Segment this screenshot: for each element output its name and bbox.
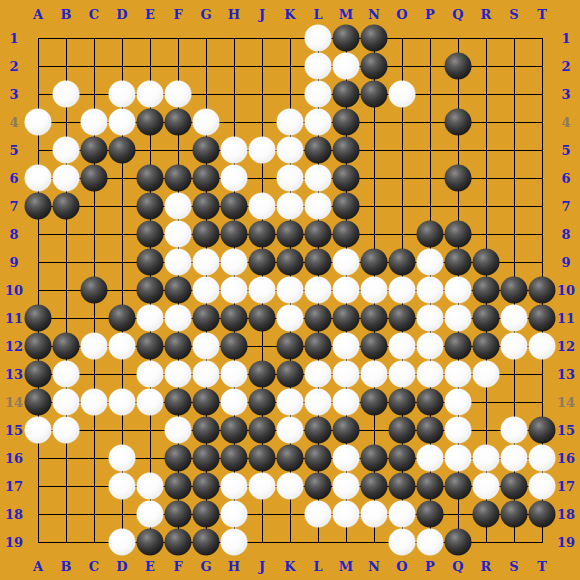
stone-white-J5[interactable] <box>249 137 276 164</box>
row-label-left-13: 13 <box>5 368 23 381</box>
stone-black-G11[interactable] <box>193 305 220 332</box>
stone-white-K11[interactable] <box>277 305 304 332</box>
stone-black-K16[interactable] <box>277 445 304 472</box>
stone-black-N1[interactable] <box>361 25 388 52</box>
stone-black-R12[interactable] <box>473 333 500 360</box>
stone-black-C6[interactable] <box>81 165 108 192</box>
stone-black-N17[interactable] <box>361 473 388 500</box>
stone-white-R16[interactable] <box>473 445 500 472</box>
stone-white-K14[interactable] <box>277 389 304 416</box>
row-label-left-10: 10 <box>5 284 23 297</box>
stone-black-K13[interactable] <box>277 361 304 388</box>
stone-white-H6[interactable] <box>221 165 248 192</box>
stone-white-O13[interactable] <box>389 361 416 388</box>
stone-white-F15[interactable] <box>165 417 192 444</box>
stone-black-F18[interactable] <box>165 501 192 528</box>
stone-white-P11[interactable] <box>417 305 444 332</box>
col-label-bottom-O: O <box>396 560 407 573</box>
stone-white-L7[interactable] <box>305 193 332 220</box>
stone-white-H10[interactable] <box>221 277 248 304</box>
col-label-top-H: H <box>228 8 240 21</box>
stone-black-N3[interactable] <box>361 81 388 108</box>
stone-white-C4[interactable] <box>81 109 108 136</box>
stone-black-A12[interactable] <box>25 333 52 360</box>
row-label-right-17: 17 <box>557 480 575 493</box>
stone-white-M10[interactable] <box>333 277 360 304</box>
stone-black-P18[interactable] <box>417 501 444 528</box>
stone-white-G4[interactable] <box>193 109 220 136</box>
col-label-bottom-G: G <box>200 560 211 573</box>
stone-black-F19[interactable] <box>165 529 192 556</box>
stone-black-J13[interactable] <box>249 361 276 388</box>
stone-black-T15[interactable] <box>529 417 556 444</box>
stone-white-F13[interactable] <box>165 361 192 388</box>
stone-white-K7[interactable] <box>277 193 304 220</box>
stone-black-H11[interactable] <box>221 305 248 332</box>
stone-black-T11[interactable] <box>529 305 556 332</box>
stone-white-A4[interactable] <box>25 109 52 136</box>
stone-black-F16[interactable] <box>165 445 192 472</box>
stone-black-P8[interactable] <box>417 221 444 248</box>
stone-black-L9[interactable] <box>305 249 332 276</box>
stone-white-B6[interactable] <box>53 165 80 192</box>
stone-black-H15[interactable] <box>221 417 248 444</box>
col-label-top-S: S <box>509 8 518 21</box>
stone-white-M17[interactable] <box>333 473 360 500</box>
stone-black-E4[interactable] <box>137 109 164 136</box>
stone-white-H19[interactable] <box>221 529 248 556</box>
stone-white-E17[interactable] <box>137 473 164 500</box>
stone-white-E3[interactable] <box>137 81 164 108</box>
stone-black-N11[interactable] <box>361 305 388 332</box>
stone-white-P16[interactable] <box>417 445 444 472</box>
col-label-top-B: B <box>61 8 72 21</box>
row-label-right-3: 3 <box>561 88 570 101</box>
stone-white-J7[interactable] <box>249 193 276 220</box>
stone-white-M2[interactable] <box>333 53 360 80</box>
stone-black-O17[interactable] <box>389 473 416 500</box>
stone-black-F14[interactable] <box>165 389 192 416</box>
stone-black-D11[interactable] <box>109 305 136 332</box>
stone-white-F3[interactable] <box>165 81 192 108</box>
col-label-top-N: N <box>368 8 380 21</box>
col-label-bottom-T: T <box>537 560 547 573</box>
stone-black-E6[interactable] <box>137 165 164 192</box>
col-label-bottom-L: L <box>313 560 322 573</box>
row-label-right-12: 12 <box>557 340 575 353</box>
row-label-left-2: 2 <box>9 60 18 73</box>
stone-white-K4[interactable] <box>277 109 304 136</box>
stone-black-D5[interactable] <box>109 137 136 164</box>
row-label-left-14: 14 <box>5 396 23 409</box>
stone-white-H18[interactable] <box>221 501 248 528</box>
row-label-left-19: 19 <box>5 536 23 549</box>
row-label-left-18: 18 <box>5 508 23 521</box>
col-label-bottom-E: E <box>145 560 155 573</box>
stone-white-G13[interactable] <box>193 361 220 388</box>
stone-black-H8[interactable] <box>221 221 248 248</box>
stone-white-R17[interactable] <box>473 473 500 500</box>
stone-black-Q12[interactable] <box>445 333 472 360</box>
stone-white-G12[interactable] <box>193 333 220 360</box>
stone-black-N9[interactable] <box>361 249 388 276</box>
stone-white-D16[interactable] <box>109 445 136 472</box>
stone-black-K12[interactable] <box>277 333 304 360</box>
stone-white-S16[interactable] <box>501 445 528 472</box>
go-board[interactable]: AABBCCDDEEFFGGHHJJKKLLMMNNOOPPQQRRSSTT11… <box>0 0 580 580</box>
stone-white-G10[interactable] <box>193 277 220 304</box>
stone-white-M14[interactable] <box>333 389 360 416</box>
stone-black-R9[interactable] <box>473 249 500 276</box>
col-label-top-J: J <box>259 8 265 21</box>
stone-black-M3[interactable] <box>333 81 360 108</box>
row-label-left-11: 11 <box>5 312 23 325</box>
stone-black-Q17[interactable] <box>445 473 472 500</box>
stone-black-J11[interactable] <box>249 305 276 332</box>
stone-black-N2[interactable] <box>361 53 388 80</box>
stone-black-N16[interactable] <box>361 445 388 472</box>
col-label-bottom-M: M <box>339 560 353 573</box>
stone-white-P13[interactable] <box>417 361 444 388</box>
stone-black-T18[interactable] <box>529 501 556 528</box>
stone-white-D12[interactable] <box>109 333 136 360</box>
stone-black-M6[interactable] <box>333 165 360 192</box>
stone-white-L3[interactable] <box>305 81 332 108</box>
row-label-right-16: 16 <box>557 452 575 465</box>
stone-white-P9[interactable] <box>417 249 444 276</box>
stone-white-Q13[interactable] <box>445 361 472 388</box>
stone-white-Q16[interactable] <box>445 445 472 472</box>
row-label-right-5: 5 <box>561 144 570 157</box>
stone-white-O18[interactable] <box>389 501 416 528</box>
stone-white-L14[interactable] <box>305 389 332 416</box>
stone-white-S15[interactable] <box>501 417 528 444</box>
stone-black-L12[interactable] <box>305 333 332 360</box>
stone-black-O9[interactable] <box>389 249 416 276</box>
stone-black-G19[interactable] <box>193 529 220 556</box>
stone-white-T16[interactable] <box>529 445 556 472</box>
stone-white-B13[interactable] <box>53 361 80 388</box>
stone-black-G17[interactable] <box>193 473 220 500</box>
stone-black-R18[interactable] <box>473 501 500 528</box>
stone-black-M15[interactable] <box>333 417 360 444</box>
stone-black-A7[interactable] <box>25 193 52 220</box>
stone-black-Q4[interactable] <box>445 109 472 136</box>
stone-white-L18[interactable] <box>305 501 332 528</box>
stone-white-B14[interactable] <box>53 389 80 416</box>
stone-white-M18[interactable] <box>333 501 360 528</box>
stone-white-S12[interactable] <box>501 333 528 360</box>
row-label-left-6: 6 <box>9 172 18 185</box>
stone-white-K10[interactable] <box>277 277 304 304</box>
row-label-left-12: 12 <box>5 340 23 353</box>
stone-black-J14[interactable] <box>249 389 276 416</box>
stone-white-T17[interactable] <box>529 473 556 500</box>
stone-black-P14[interactable] <box>417 389 444 416</box>
row-label-left-7: 7 <box>9 200 18 213</box>
col-label-bottom-C: C <box>89 560 99 573</box>
stone-white-O12[interactable] <box>389 333 416 360</box>
stone-white-Q14[interactable] <box>445 389 472 416</box>
stone-white-Q11[interactable] <box>445 305 472 332</box>
stone-white-D17[interactable] <box>109 473 136 500</box>
stone-white-H13[interactable] <box>221 361 248 388</box>
stone-white-K5[interactable] <box>277 137 304 164</box>
stone-white-F9[interactable] <box>165 249 192 276</box>
row-label-right-4: 4 <box>561 116 570 129</box>
stone-white-L4[interactable] <box>305 109 332 136</box>
row-label-left-4: 4 <box>9 116 18 129</box>
stone-white-N13[interactable] <box>361 361 388 388</box>
stone-white-D19[interactable] <box>109 529 136 556</box>
stone-white-O3[interactable] <box>389 81 416 108</box>
row-label-right-15: 15 <box>557 424 575 437</box>
stone-black-O14[interactable] <box>389 389 416 416</box>
stone-black-Q8[interactable] <box>445 221 472 248</box>
col-label-bottom-A: A <box>33 560 43 573</box>
stone-black-E9[interactable] <box>137 249 164 276</box>
stone-black-Q2[interactable] <box>445 53 472 80</box>
stone-white-Q10[interactable] <box>445 277 472 304</box>
row-label-left-5: 5 <box>9 144 18 157</box>
stone-black-L5[interactable] <box>305 137 332 164</box>
row-label-right-14: 14 <box>557 396 575 409</box>
stone-white-A6[interactable] <box>25 165 52 192</box>
stone-black-E8[interactable] <box>137 221 164 248</box>
stone-black-G16[interactable] <box>193 445 220 472</box>
stone-black-G18[interactable] <box>193 501 220 528</box>
row-label-left-17: 17 <box>5 480 23 493</box>
row-label-left-8: 8 <box>9 228 18 241</box>
stone-black-F12[interactable] <box>165 333 192 360</box>
stone-black-A11[interactable] <box>25 305 52 332</box>
row-label-right-7: 7 <box>561 200 570 213</box>
stone-black-K8[interactable] <box>277 221 304 248</box>
stone-white-T12[interactable] <box>529 333 556 360</box>
stone-black-G8[interactable] <box>193 221 220 248</box>
stone-black-M5[interactable] <box>333 137 360 164</box>
stone-black-E10[interactable] <box>137 277 164 304</box>
stone-white-G9[interactable] <box>193 249 220 276</box>
stone-white-F7[interactable] <box>165 193 192 220</box>
stone-white-D3[interactable] <box>109 81 136 108</box>
stone-black-A13[interactable] <box>25 361 52 388</box>
stone-black-O16[interactable] <box>389 445 416 472</box>
stone-black-J8[interactable] <box>249 221 276 248</box>
stone-black-L11[interactable] <box>305 305 332 332</box>
stone-white-B15[interactable] <box>53 417 80 444</box>
stone-black-O15[interactable] <box>389 417 416 444</box>
col-label-top-F: F <box>173 8 182 21</box>
stone-black-L17[interactable] <box>305 473 332 500</box>
stone-black-S17[interactable] <box>501 473 528 500</box>
stone-white-D4[interactable] <box>109 109 136 136</box>
stone-white-R13[interactable] <box>473 361 500 388</box>
row-label-right-13: 13 <box>557 368 575 381</box>
stone-black-F10[interactable] <box>165 277 192 304</box>
stone-white-N18[interactable] <box>361 501 388 528</box>
col-label-top-E: E <box>145 8 155 21</box>
stone-black-P15[interactable] <box>417 417 444 444</box>
stone-black-Q9[interactable] <box>445 249 472 276</box>
col-label-top-C: C <box>89 8 99 21</box>
stone-black-K9[interactable] <box>277 249 304 276</box>
stone-black-S10[interactable] <box>501 277 528 304</box>
row-label-right-8: 8 <box>561 228 570 241</box>
col-label-bottom-S: S <box>509 560 518 573</box>
stone-black-C10[interactable] <box>81 277 108 304</box>
stone-white-H9[interactable] <box>221 249 248 276</box>
col-label-top-Q: Q <box>452 8 463 21</box>
col-label-top-A: A <box>33 8 43 21</box>
stone-black-J15[interactable] <box>249 417 276 444</box>
stone-white-D14[interactable] <box>109 389 136 416</box>
stone-black-B7[interactable] <box>53 193 80 220</box>
stone-black-H7[interactable] <box>221 193 248 220</box>
stone-white-B5[interactable] <box>53 137 80 164</box>
stone-black-P17[interactable] <box>417 473 444 500</box>
stone-black-F6[interactable] <box>165 165 192 192</box>
stone-white-Q15[interactable] <box>445 417 472 444</box>
stone-black-F17[interactable] <box>165 473 192 500</box>
stone-black-Q19[interactable] <box>445 529 472 556</box>
col-label-bottom-H: H <box>228 560 240 573</box>
stone-black-L15[interactable] <box>305 417 332 444</box>
stone-white-L2[interactable] <box>305 53 332 80</box>
row-label-right-19: 19 <box>557 536 575 549</box>
col-label-top-M: M <box>339 8 353 21</box>
stone-white-H14[interactable] <box>221 389 248 416</box>
col-label-bottom-J: J <box>259 560 265 573</box>
stone-white-H17[interactable] <box>221 473 248 500</box>
stone-white-A15[interactable] <box>25 417 52 444</box>
stone-black-C5[interactable] <box>81 137 108 164</box>
stone-black-L8[interactable] <box>305 221 332 248</box>
stone-black-G15[interactable] <box>193 417 220 444</box>
stone-white-E14[interactable] <box>137 389 164 416</box>
row-label-right-6: 6 <box>561 172 570 185</box>
stone-black-E19[interactable] <box>137 529 164 556</box>
stone-white-E11[interactable] <box>137 305 164 332</box>
stone-white-O10[interactable] <box>389 277 416 304</box>
stone-black-N14[interactable] <box>361 389 388 416</box>
stone-white-E13[interactable] <box>137 361 164 388</box>
stone-black-R10[interactable] <box>473 277 500 304</box>
col-label-bottom-R: R <box>481 560 492 573</box>
stone-white-M9[interactable] <box>333 249 360 276</box>
col-label-top-P: P <box>425 8 435 21</box>
stone-white-M13[interactable] <box>333 361 360 388</box>
stone-black-G14[interactable] <box>193 389 220 416</box>
stone-white-J17[interactable] <box>249 473 276 500</box>
stone-black-E12[interactable] <box>137 333 164 360</box>
stone-white-P12[interactable] <box>417 333 444 360</box>
stone-white-P10[interactable] <box>417 277 444 304</box>
stone-white-K6[interactable] <box>277 165 304 192</box>
stone-white-F11[interactable] <box>165 305 192 332</box>
col-label-bottom-B: B <box>61 560 72 573</box>
stone-white-J10[interactable] <box>249 277 276 304</box>
row-label-left-16: 16 <box>5 452 23 465</box>
row-label-left-1: 1 <box>9 32 18 45</box>
stone-black-G7[interactable] <box>193 193 220 220</box>
stone-black-L16[interactable] <box>305 445 332 472</box>
stone-black-N12[interactable] <box>361 333 388 360</box>
col-label-top-G: G <box>200 8 211 21</box>
stone-black-B12[interactable] <box>53 333 80 360</box>
stone-white-E18[interactable] <box>137 501 164 528</box>
col-label-top-T: T <box>537 8 547 21</box>
stone-white-S11[interactable] <box>501 305 528 332</box>
stone-white-L6[interactable] <box>305 165 332 192</box>
stone-white-H5[interactable] <box>221 137 248 164</box>
col-label-bottom-P: P <box>425 560 435 573</box>
stone-black-A14[interactable] <box>25 389 52 416</box>
col-label-bottom-Q: Q <box>452 560 463 573</box>
stone-black-M11[interactable] <box>333 305 360 332</box>
stone-black-F4[interactable] <box>165 109 192 136</box>
row-label-right-10: 10 <box>557 284 575 297</box>
col-label-bottom-N: N <box>368 560 380 573</box>
col-label-top-O: O <box>396 8 407 21</box>
stone-black-M7[interactable] <box>333 193 360 220</box>
row-label-right-9: 9 <box>561 256 570 269</box>
stone-white-C14[interactable] <box>81 389 108 416</box>
stone-black-G6[interactable] <box>193 165 220 192</box>
stone-black-T10[interactable] <box>529 277 556 304</box>
stone-black-J9[interactable] <box>249 249 276 276</box>
stone-black-H16[interactable] <box>221 445 248 472</box>
stone-white-L13[interactable] <box>305 361 332 388</box>
stone-white-P19[interactable] <box>417 529 444 556</box>
col-label-top-R: R <box>481 8 492 21</box>
row-label-right-18: 18 <box>557 508 575 521</box>
stone-white-L1[interactable] <box>305 25 332 52</box>
stone-black-M4[interactable] <box>333 109 360 136</box>
row-label-left-9: 9 <box>9 256 18 269</box>
stone-black-E7[interactable] <box>137 193 164 220</box>
stone-black-J16[interactable] <box>249 445 276 472</box>
col-label-bottom-K: K <box>284 560 295 573</box>
stone-black-M8[interactable] <box>333 221 360 248</box>
stone-white-K17[interactable] <box>277 473 304 500</box>
stone-black-Q6[interactable] <box>445 165 472 192</box>
stone-white-N10[interactable] <box>361 277 388 304</box>
stone-black-S18[interactable] <box>501 501 528 528</box>
stone-black-O11[interactable] <box>389 305 416 332</box>
stone-white-O19[interactable] <box>389 529 416 556</box>
col-label-bottom-F: F <box>173 560 182 573</box>
stone-white-F8[interactable] <box>165 221 192 248</box>
row-label-left-3: 3 <box>9 88 18 101</box>
col-label-top-D: D <box>116 8 127 21</box>
row-label-right-11: 11 <box>557 312 575 325</box>
stone-black-G5[interactable] <box>193 137 220 164</box>
stone-black-M1[interactable] <box>333 25 360 52</box>
stone-white-M16[interactable] <box>333 445 360 472</box>
stone-white-L10[interactable] <box>305 277 332 304</box>
stone-white-K15[interactable] <box>277 417 304 444</box>
stone-white-M12[interactable] <box>333 333 360 360</box>
stone-white-B3[interactable] <box>53 81 80 108</box>
col-label-bottom-D: D <box>116 560 127 573</box>
row-label-left-15: 15 <box>5 424 23 437</box>
stone-black-H12[interactable] <box>221 333 248 360</box>
stone-white-C12[interactable] <box>81 333 108 360</box>
col-label-top-L: L <box>313 8 322 21</box>
row-label-right-2: 2 <box>561 60 570 73</box>
stone-black-R11[interactable] <box>473 305 500 332</box>
